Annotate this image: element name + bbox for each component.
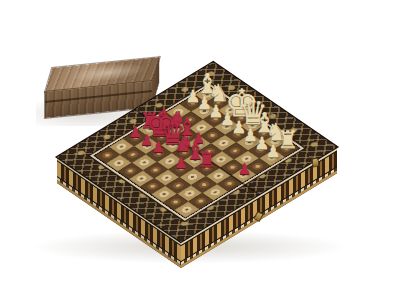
photo-scene: ♝♞♚♛♝♞♜♟♟♟♟♟♟♟♟♟♞♝♟♟♜♚♛♞♝♜♟♟♟♟ [0, 0, 400, 282]
brass-clasp-icon [311, 157, 319, 167]
